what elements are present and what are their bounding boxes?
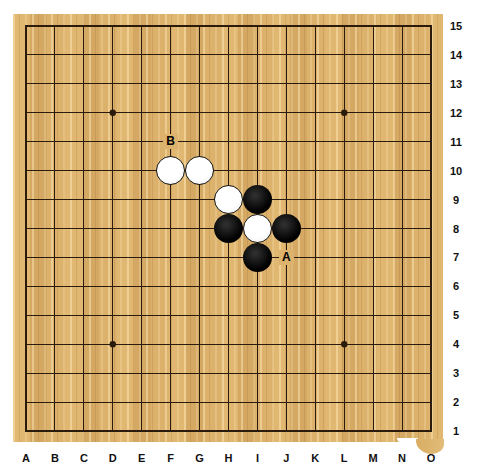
black-stone[interactable] <box>243 243 272 272</box>
board-edge-bite-artifact <box>397 438 418 443</box>
row-label: 12 <box>444 106 468 120</box>
stone-layer: BA <box>12 12 446 446</box>
column-label: H <box>219 451 239 465</box>
row-label: 5 <box>444 308 468 322</box>
column-label: K <box>305 451 325 465</box>
move-label-B[interactable]: B <box>163 134 178 149</box>
row-label: 8 <box>444 222 468 236</box>
row-label: 11 <box>444 135 468 149</box>
column-label: I <box>247 451 267 465</box>
row-label: 1 <box>444 424 468 438</box>
white-stone[interactable] <box>214 185 243 214</box>
column-label: D <box>103 451 123 465</box>
column-label: L <box>334 451 354 465</box>
column-label: N <box>392 451 412 465</box>
move-label-A[interactable]: A <box>279 250 294 265</box>
row-label: 3 <box>444 366 468 380</box>
column-label: J <box>276 451 296 465</box>
page-background: BA ABCDEFGHIJKLMNO151413121110987654321 <box>0 0 480 467</box>
row-label: 4 <box>444 337 468 351</box>
row-label: 9 <box>444 193 468 207</box>
row-label: 10 <box>444 164 468 178</box>
column-label: C <box>74 451 94 465</box>
column-label: F <box>161 451 181 465</box>
row-label: 14 <box>444 48 468 62</box>
column-label: G <box>190 451 210 465</box>
column-label: A <box>16 451 36 465</box>
row-label: 2 <box>444 395 468 409</box>
column-label: E <box>132 451 152 465</box>
black-stone[interactable] <box>214 214 243 243</box>
row-label: 7 <box>444 250 468 264</box>
black-stone[interactable] <box>243 185 272 214</box>
white-stone[interactable] <box>243 214 272 243</box>
row-label: 15 <box>444 19 468 33</box>
row-label: 13 <box>444 77 468 91</box>
column-label: M <box>363 451 383 465</box>
row-label: 6 <box>444 279 468 293</box>
column-label: B <box>45 451 65 465</box>
white-stone[interactable] <box>185 156 214 185</box>
go-board[interactable]: BA <box>13 14 443 442</box>
black-stone[interactable] <box>272 214 301 243</box>
white-stone[interactable] <box>156 156 185 185</box>
